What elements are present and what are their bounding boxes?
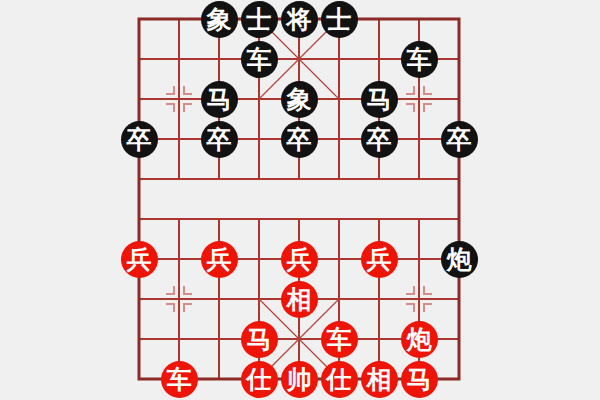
red-chariot[interactable]: 车 [321, 321, 358, 358]
xiangqi-board-screen: 象士将士车车马象马卒卒卒卒卒兵兵兵兵炮相马车炮车仕帅仕相马 [0, 0, 600, 400]
black-elephant[interactable]: 象 [281, 81, 318, 118]
black-general[interactable]: 将 [281, 1, 318, 38]
black-horse[interactable]: 马 [201, 81, 238, 118]
red-soldier[interactable]: 兵 [201, 241, 238, 278]
black-soldier[interactable]: 卒 [121, 121, 158, 158]
red-advisor[interactable]: 仕 [241, 361, 278, 398]
black-soldier[interactable]: 卒 [441, 121, 478, 158]
red-horse[interactable]: 马 [401, 361, 438, 398]
black-soldier[interactable]: 卒 [361, 121, 398, 158]
black-cannon[interactable]: 炮 [441, 241, 478, 278]
black-chariot[interactable]: 车 [241, 41, 278, 78]
red-soldier[interactable]: 兵 [361, 241, 398, 278]
black-chariot[interactable]: 车 [401, 41, 438, 78]
red-advisor[interactable]: 仕 [321, 361, 358, 398]
pieces-grid: 象士将士车车马象马卒卒卒卒卒兵兵兵兵炮相马车炮车仕帅仕相马 [119, 0, 479, 399]
red-cannon[interactable]: 炮 [401, 321, 438, 358]
red-elephant[interactable]: 相 [281, 281, 318, 318]
black-advisor[interactable]: 士 [321, 1, 358, 38]
red-chariot[interactable]: 车 [161, 361, 198, 398]
black-soldier[interactable]: 卒 [201, 121, 238, 158]
red-elephant[interactable]: 相 [361, 361, 398, 398]
red-soldier[interactable]: 兵 [121, 241, 158, 278]
black-soldier[interactable]: 卒 [281, 121, 318, 158]
red-general[interactable]: 帅 [281, 361, 318, 398]
red-horse[interactable]: 马 [241, 321, 278, 358]
black-horse[interactable]: 马 [361, 81, 398, 118]
black-advisor[interactable]: 士 [241, 1, 278, 38]
black-elephant[interactable]: 象 [201, 1, 238, 38]
red-soldier[interactable]: 兵 [281, 241, 318, 278]
